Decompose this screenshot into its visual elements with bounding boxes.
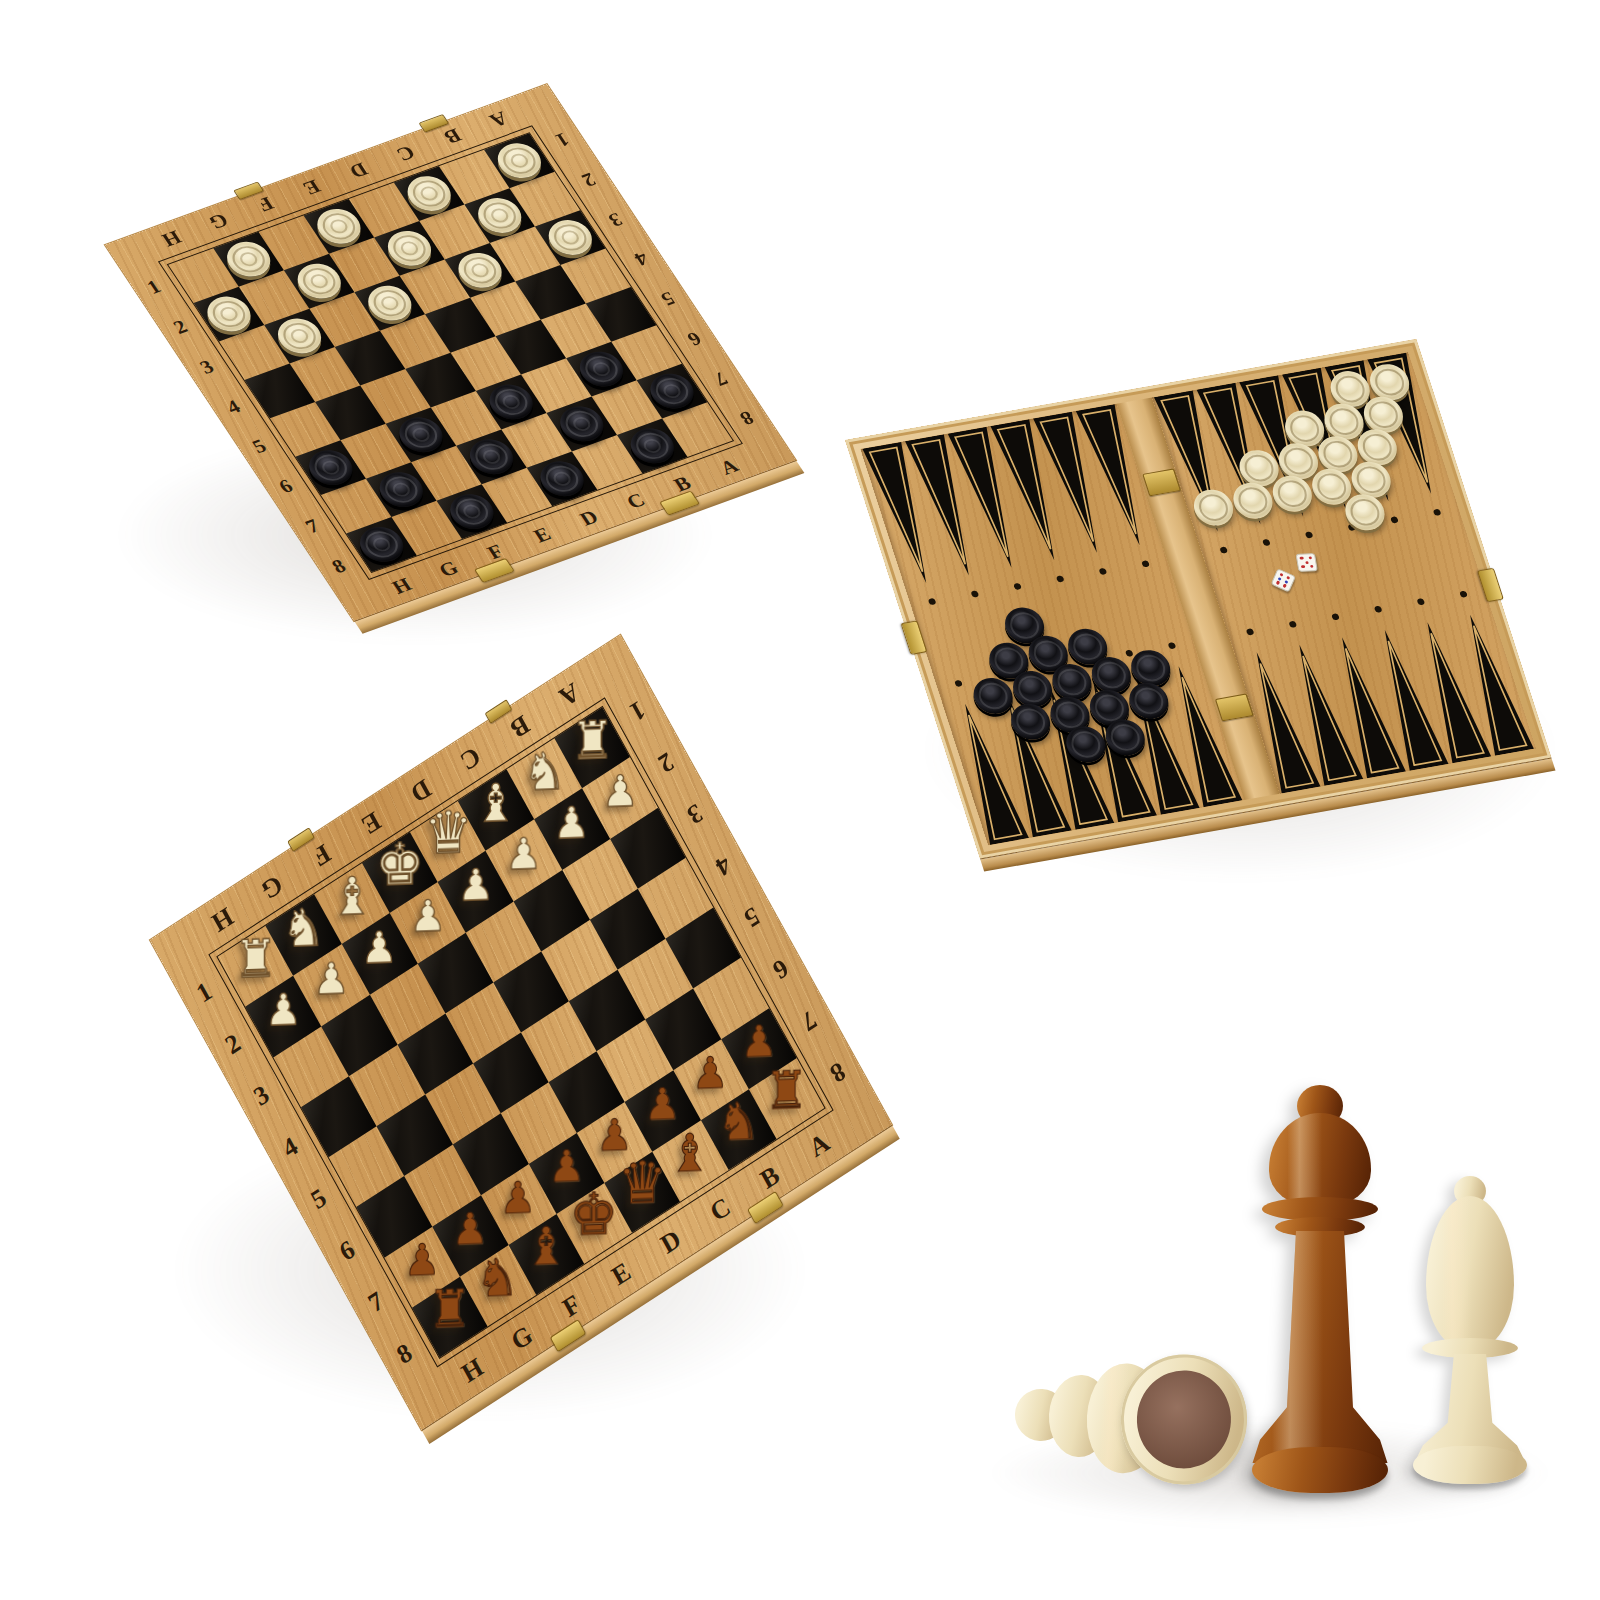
felt-base xyxy=(1134,1368,1233,1471)
point-dot xyxy=(1262,539,1271,547)
queen-collar xyxy=(1262,1197,1378,1221)
piece-brown-king: ♚ xyxy=(570,1186,619,1245)
piece-brown-knight: ♞ xyxy=(717,1096,760,1149)
pawn-base-rim xyxy=(1118,1351,1251,1487)
point-dot xyxy=(1374,606,1383,614)
point-dot xyxy=(954,680,963,688)
piece-brown-queen: ♛ xyxy=(618,1154,667,1213)
die-pip xyxy=(1276,581,1281,585)
piece-white-rook: ♜ xyxy=(234,933,277,986)
point-dot xyxy=(1168,642,1177,650)
page-root: { "game": "3-in-1 folding wooden game se… xyxy=(0,0,1600,1600)
pawn-head xyxy=(1014,1388,1069,1443)
brass-hinge-icon xyxy=(419,114,450,132)
die-showing-5 xyxy=(1295,553,1317,572)
piece-white-knight: ♞ xyxy=(522,745,565,798)
piece-white-pawn: ♟ xyxy=(602,770,639,815)
queen-finial xyxy=(1297,1085,1343,1127)
piece-white-pawn: ♟ xyxy=(265,988,302,1033)
piece-brown-knight: ♞ xyxy=(476,1252,519,1305)
piece-white-bishop: ♝ xyxy=(474,777,517,830)
checkers-board: HGFEDCBAHGFEDCBA1234567812345678 xyxy=(105,84,796,621)
piece-white-pawn: ♟ xyxy=(409,894,446,939)
piece-brown-bishop: ♝ xyxy=(669,1127,712,1180)
piece-white-knight: ♞ xyxy=(282,901,325,954)
piece-brown-pawn: ♟ xyxy=(644,1082,681,1127)
piece-white-queen: ♛ xyxy=(424,804,473,863)
brass-hinge-icon xyxy=(485,699,513,724)
point-dot xyxy=(1390,516,1399,524)
point-dot xyxy=(1056,575,1065,583)
backgammon-board xyxy=(845,339,1551,858)
pawn-body xyxy=(1084,1361,1166,1475)
checker-black xyxy=(399,416,443,454)
point-dot xyxy=(1099,568,1108,576)
checker-black xyxy=(309,448,353,486)
checker-white xyxy=(407,174,451,212)
point-dot xyxy=(1141,560,1150,568)
piece-brown-pawn: ♟ xyxy=(740,1020,777,1065)
bishop-mitre xyxy=(1426,1196,1514,1350)
piece-white-pawn: ♟ xyxy=(505,832,542,877)
checker-white xyxy=(368,284,412,322)
point-dot xyxy=(1125,649,1134,657)
checker-white xyxy=(497,142,541,180)
piece-white-pawn: ♟ xyxy=(554,801,591,846)
piece-brown-pawn: ♟ xyxy=(500,1176,537,1221)
checker-white xyxy=(297,262,341,300)
brown-queen-piece xyxy=(1245,1085,1395,1493)
checker-black xyxy=(650,372,694,410)
die-pip xyxy=(1308,556,1312,559)
piece-white-rook: ♜ xyxy=(570,714,613,767)
bishop-finial xyxy=(1454,1176,1486,1206)
checker-black xyxy=(560,405,604,443)
checker-black xyxy=(379,470,423,508)
checker-white xyxy=(278,317,322,355)
bishop-column xyxy=(1408,1354,1532,1458)
die-pip xyxy=(1305,561,1309,564)
shadow-closeup-pieces xyxy=(970,1418,1570,1528)
checker-black xyxy=(470,438,514,476)
point-dot xyxy=(1331,613,1340,621)
squares-grid: ♜♞♝♚♛♝♞♜♟♟♟♟♟♟♟♟♟♟♟♟♟♟♟♟♜♞♝♚♛♝♞♜ xyxy=(216,706,826,1359)
point-dot xyxy=(1416,598,1425,606)
point-dot xyxy=(1288,621,1297,629)
piece-white-pawn: ♟ xyxy=(361,926,398,971)
checker-white xyxy=(317,207,361,245)
brass-hinge-icon xyxy=(233,181,264,199)
piece-white-pawn: ♟ xyxy=(313,957,350,1002)
checker-white xyxy=(478,196,522,234)
checker-white xyxy=(388,229,432,267)
checker-black xyxy=(630,427,674,465)
piece-brown-rook: ♜ xyxy=(428,1283,471,1336)
queen-base xyxy=(1252,1447,1388,1493)
play-area: ♜♞♝♚♛♝♞♜♟♟♟♟♟♟♟♟♟♟♟♟♟♟♟♟♜♞♝♚♛♝♞♜ xyxy=(208,697,833,1367)
point-dot xyxy=(1433,509,1442,517)
checker-white xyxy=(207,295,251,333)
chess-board: HGFEDCBAHGFEDCBA1234567812345678♜♞♝♚♛♝♞♜… xyxy=(150,635,892,1430)
piece-brown-rook: ♜ xyxy=(765,1065,808,1118)
point-dot xyxy=(1305,531,1314,539)
piece-brown-pawn: ♟ xyxy=(404,1238,441,1283)
brass-hinge-icon xyxy=(287,827,315,852)
die-pip xyxy=(1301,565,1305,568)
checker-white xyxy=(548,218,592,256)
checker-black xyxy=(540,460,584,498)
bishop-base xyxy=(1413,1446,1527,1484)
cream-bishop-piece xyxy=(1408,1176,1532,1484)
die-pip xyxy=(1300,557,1304,560)
point-dot xyxy=(1219,546,1228,554)
piece-brown-pawn: ♟ xyxy=(452,1207,489,1252)
piece-white-bishop: ♝ xyxy=(330,870,373,923)
die-pip xyxy=(1283,584,1288,588)
fallen-pawn-piece xyxy=(1008,1346,1266,1527)
piece-white-pawn: ♟ xyxy=(457,863,494,908)
die-pip xyxy=(1310,565,1314,568)
squares-grid xyxy=(167,132,734,573)
checker-black xyxy=(580,350,624,388)
point-dot xyxy=(1246,628,1255,636)
queen-ring xyxy=(1275,1217,1365,1237)
point-dot xyxy=(1013,583,1022,591)
point-dot xyxy=(970,590,979,598)
point-dot xyxy=(1459,590,1468,598)
checker-black xyxy=(360,525,404,563)
checker-white xyxy=(458,251,502,289)
pawn-collar xyxy=(1047,1373,1113,1458)
point-dot xyxy=(928,598,937,606)
checker-black xyxy=(450,492,494,530)
piece-white-king: ♚ xyxy=(375,835,424,894)
piece-brown-pawn: ♟ xyxy=(692,1051,729,1096)
piece-brown-bishop: ♝ xyxy=(524,1221,567,1274)
checker-white xyxy=(227,240,271,278)
queen-crown xyxy=(1269,1113,1371,1207)
queen-column xyxy=(1245,1231,1395,1463)
bishop-ring xyxy=(1422,1338,1518,1358)
checker-black xyxy=(489,383,533,421)
